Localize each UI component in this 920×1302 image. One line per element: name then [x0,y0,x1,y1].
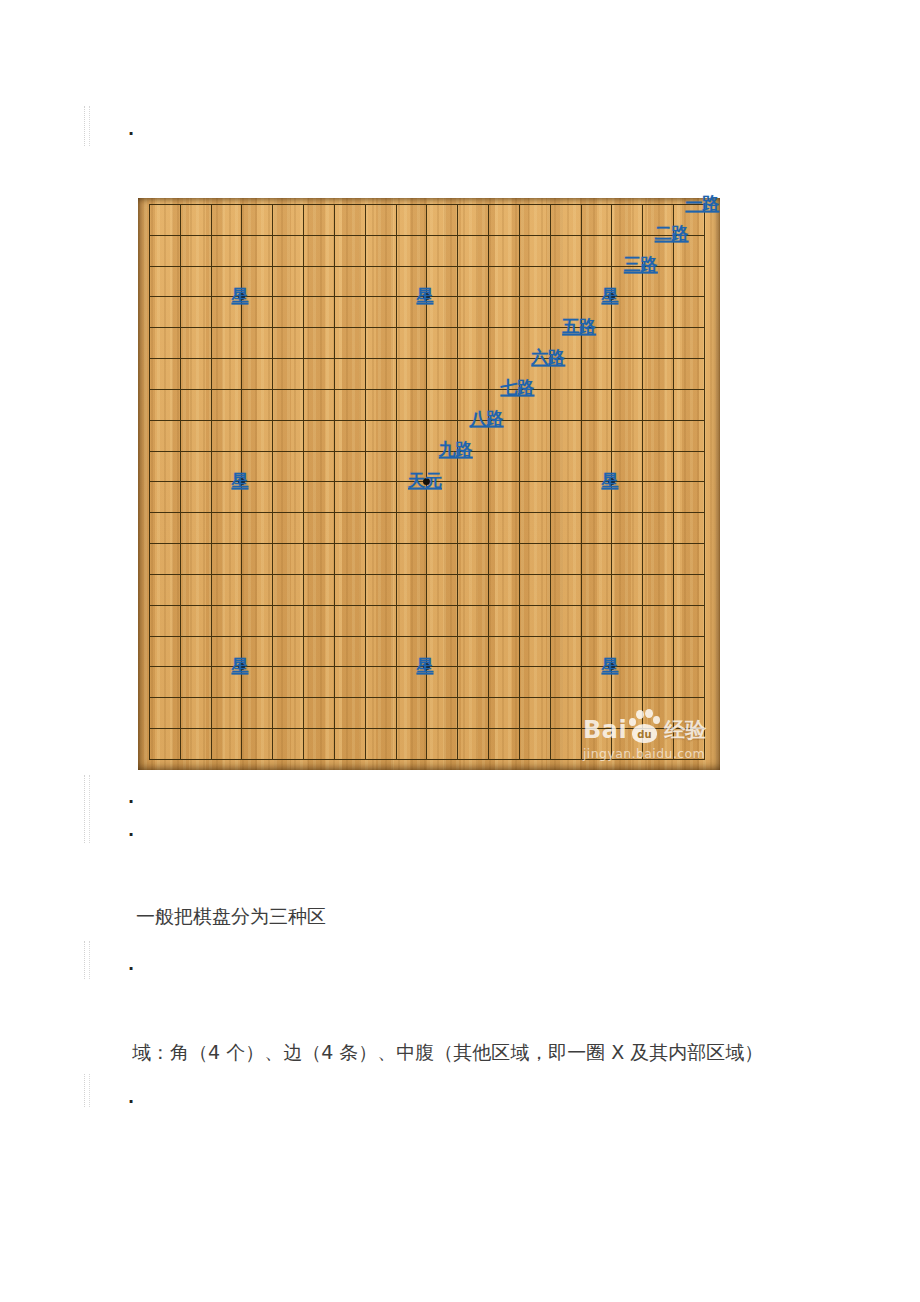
board-cell [273,205,304,236]
board-cell [458,297,489,328]
board-cell [458,575,489,606]
board-cell [520,575,551,606]
board-cell [366,328,397,359]
board-cell [551,513,582,544]
board-cell [582,575,613,606]
board-cell [551,482,582,513]
board-cell [150,575,181,606]
board-cell [150,328,181,359]
board-cell [335,328,366,359]
board-cell [551,452,582,483]
board-cell [181,236,212,267]
board-cell [304,482,335,513]
board-label: 一路 [685,191,719,214]
board-label: 星 [601,469,618,492]
board-cell [397,698,428,729]
board-cell [335,421,366,452]
board-cell [242,606,273,637]
board-cell [520,236,551,267]
board-cell [674,667,705,698]
board-cell [366,667,397,698]
board-cell [489,698,520,729]
board-cell [397,575,428,606]
board-cell [674,452,705,483]
board-cell [242,544,273,575]
board-cell [489,205,520,236]
board-cell [366,236,397,267]
board-cell [273,513,304,544]
board-cell [242,236,273,267]
board-cell [582,205,613,236]
board-cell [520,513,551,544]
board-cell [643,606,674,637]
board-cell [520,482,551,513]
paragraph-mark-dot: . [128,1090,134,1106]
board-label: 星 [231,654,248,677]
board-cell [150,698,181,729]
board-cell [551,421,582,452]
board-label: 五路 [562,314,596,337]
board-cell [458,359,489,390]
board-label: 九路 [439,438,473,461]
board-cell [304,544,335,575]
board-cell [212,236,243,267]
board-cell [427,729,458,760]
board-cell [643,390,674,421]
board-cell [181,359,212,390]
board-cell [458,267,489,298]
board-cell [643,544,674,575]
board-cell [181,637,212,668]
board-cell [366,513,397,544]
board-cell [612,390,643,421]
board-cell [612,544,643,575]
board-cell [489,236,520,267]
board-cell [520,452,551,483]
board-cell [304,390,335,421]
board-cell [212,544,243,575]
board-cell [242,390,273,421]
board-cell [458,236,489,267]
board-cell [366,267,397,298]
board-cell [304,328,335,359]
board-cell [335,452,366,483]
board-label: 星 [231,284,248,307]
board-cell [212,421,243,452]
board-cell [273,359,304,390]
board-cell [582,606,613,637]
baidu-logo: Bai du 经验 [583,704,706,744]
board-cell [304,421,335,452]
board-cell [242,205,273,236]
board-cell [674,421,705,452]
board-cell [643,575,674,606]
board-cell [427,544,458,575]
board-cell [397,328,428,359]
board-label: 七路 [500,376,534,399]
board-cell [242,698,273,729]
board-cell [304,606,335,637]
board-cell [643,482,674,513]
board-cell [273,698,304,729]
board-cell [150,729,181,760]
board-cell [273,267,304,298]
board-cell [366,421,397,452]
page: ..... 一路二路三路五路六路七路八路九路天元星星星星星星星星 Bai du … [0,0,920,1302]
paragraph-mark-dot: . [128,823,134,839]
board-cell [397,729,428,760]
board-cell [304,452,335,483]
board-cell [674,606,705,637]
board-cell [150,297,181,328]
board-cell [335,205,366,236]
board-cell [612,606,643,637]
board-cell [427,236,458,267]
board-label: 星 [601,654,618,677]
board-cell [181,205,212,236]
board-cell [242,513,273,544]
board-cell [520,544,551,575]
board-cell [304,637,335,668]
board-cell [212,698,243,729]
margin-dotted-line [84,775,90,843]
board-cell [458,482,489,513]
board-cell [520,637,551,668]
board-cell [458,328,489,359]
board-cell [674,513,705,544]
board-cell [304,236,335,267]
board-cell [674,267,705,298]
board-cell [150,205,181,236]
board-cell [612,205,643,236]
board-cell [612,328,643,359]
board-cell [335,698,366,729]
board-cell [181,421,212,452]
board-cell [551,667,582,698]
baidu-logo-text-bai: Bai [583,718,627,744]
board-cell [304,729,335,760]
board-cell [181,606,212,637]
board-cell [489,297,520,328]
board-cell [335,729,366,760]
board-cell [612,359,643,390]
board-cell [273,421,304,452]
board-cell [427,575,458,606]
board-cell [366,359,397,390]
go-board-image: 一路二路三路五路六路七路八路九路天元星星星星星星星星 Bai du 经验 jin… [138,198,720,770]
board-cell [150,482,181,513]
board-cell [212,205,243,236]
board-cell [335,236,366,267]
board-cell [458,637,489,668]
board-cell [150,452,181,483]
board-cell [674,328,705,359]
board-cell [612,513,643,544]
board-cell [582,390,613,421]
board-cell [397,236,428,267]
board-cell [582,236,613,267]
board-cell [181,544,212,575]
board-cell [397,513,428,544]
board-cell [643,667,674,698]
board-cell [335,606,366,637]
board-cell [304,698,335,729]
board-cell [273,667,304,698]
baidu-logo-text-du: du [637,729,651,740]
board-cell [489,513,520,544]
board-cell [582,421,613,452]
board-cell [181,513,212,544]
board-cell [273,637,304,668]
board-cell [674,637,705,668]
board-cell [150,390,181,421]
margin-dotted-line [84,1074,90,1107]
board-cell [304,513,335,544]
board-cell [582,513,613,544]
board-cell [489,452,520,483]
board-cell [458,513,489,544]
board-cell [181,729,212,760]
board-cell [366,297,397,328]
board-cell [273,390,304,421]
board-cell [181,390,212,421]
board-cell [273,297,304,328]
board-cell [551,544,582,575]
board-label: 二路 [655,222,689,245]
paragraph-mark-dot: . [128,957,134,973]
board-cell [273,544,304,575]
board-cell [489,729,520,760]
board-cell [520,667,551,698]
board-cell [489,575,520,606]
board-cell [489,328,520,359]
margin-dotted-line [84,106,90,146]
board-cell [551,698,582,729]
board-cell [335,390,366,421]
board-cell [551,205,582,236]
board-cell [397,421,428,452]
board-cell [366,698,397,729]
board-cell [674,297,705,328]
board-cell [150,606,181,637]
board-cell [674,390,705,421]
board-cell [304,267,335,298]
board-cell [304,667,335,698]
board-cell [150,667,181,698]
board-cell [335,575,366,606]
board-cell [674,575,705,606]
board-cell [273,482,304,513]
board-label: 星 [231,469,248,492]
board-label: 三路 [624,253,658,276]
board-cell [304,297,335,328]
margin-dotted-line [84,941,90,979]
board-cell [520,297,551,328]
paragraph-mark-dot: . [128,122,134,138]
board-cell [520,205,551,236]
board-cell [520,606,551,637]
board-cell [242,421,273,452]
board-label: 星 [416,654,433,677]
board-cell [397,606,428,637]
board-cell [366,606,397,637]
baidu-jingyan-text: 经验 [664,720,706,744]
board-cell [242,359,273,390]
board-cell [612,575,643,606]
board-cell [366,637,397,668]
board-cell [150,236,181,267]
board-cell [551,606,582,637]
baidu-watermark: Bai du 经验 jingyan.baidu.com [583,704,706,761]
board-cell [304,205,335,236]
board-cell [242,575,273,606]
board-cell [643,297,674,328]
board-cell [335,544,366,575]
board-cell [458,667,489,698]
board-cell [458,606,489,637]
board-cell [612,421,643,452]
board-label: 星 [601,284,618,307]
board-cell [150,421,181,452]
board-cell [212,575,243,606]
board-cell [335,667,366,698]
board-cell [520,729,551,760]
board-cell [366,205,397,236]
board-cell [181,482,212,513]
board-cell [582,544,613,575]
board-cell [551,390,582,421]
board-cell [643,421,674,452]
board-cell [458,729,489,760]
board-cell [335,297,366,328]
board-cell [212,729,243,760]
board-cell [458,205,489,236]
board-cell [273,575,304,606]
paragraph-2: 域：角（4 个）、边（4 条）、中腹（其他区域，即一圈 X 及其内部区域） [132,1041,763,1065]
board-cell [366,544,397,575]
board-cell [335,359,366,390]
board-cell [458,698,489,729]
board-cell [273,729,304,760]
board-cell [181,452,212,483]
paragraph-mark-dot: . [128,790,134,806]
board-cell [551,236,582,267]
board-cell [427,606,458,637]
board-cell [397,544,428,575]
board-cell [520,421,551,452]
board-cell [520,698,551,729]
board-cell [397,390,428,421]
board-cell [489,606,520,637]
board-label: 天元 [408,469,442,492]
board-cell [366,390,397,421]
board-cell [212,513,243,544]
board-cell [273,328,304,359]
board-cell [582,359,613,390]
board-cell [212,328,243,359]
watermark-url: jingyan.baidu.com [583,746,706,761]
board-cell [273,606,304,637]
board-cell [489,667,520,698]
board-cell [643,359,674,390]
board-cell [397,359,428,390]
board-cell [489,482,520,513]
board-cell [242,729,273,760]
board-label: 六路 [531,345,565,368]
board-cell [335,482,366,513]
board-cell [489,544,520,575]
board-label: 八路 [470,407,504,430]
board-cell [181,667,212,698]
board-cell [643,328,674,359]
board-cell [643,637,674,668]
board-cell [489,637,520,668]
board-cell [674,482,705,513]
board-cell [427,390,458,421]
board-cell [181,328,212,359]
board-cell [335,637,366,668]
board-cell [212,606,243,637]
board-cell [242,328,273,359]
board-cell [551,575,582,606]
board-cell [181,698,212,729]
board-cell [335,267,366,298]
board-cell [150,359,181,390]
board-cell [551,729,582,760]
board-cell [489,267,520,298]
board-cell [427,205,458,236]
board-cell [181,575,212,606]
board-cell [427,698,458,729]
board-cell [150,513,181,544]
board-cell [181,297,212,328]
board-cell [674,544,705,575]
board-cell [427,328,458,359]
board-cell [273,452,304,483]
board-cell [304,359,335,390]
board-cell [643,452,674,483]
board-cell [551,637,582,668]
board-cell [458,544,489,575]
board-cell [427,359,458,390]
board-cell [366,452,397,483]
board-cell [150,544,181,575]
board-cell [212,359,243,390]
board-cell [181,267,212,298]
board-cell [335,513,366,544]
board-cell [150,637,181,668]
board-cell [366,482,397,513]
board-cell [150,267,181,298]
baidu-paw-icon: du [629,707,660,744]
board-cell [427,513,458,544]
paragraph-1: 一般把棋盘分为三种区 [136,905,326,929]
board-cell [212,390,243,421]
board-cell [366,729,397,760]
board-cell [551,267,582,298]
board-cell [273,236,304,267]
board-cell [304,575,335,606]
board-cell [397,205,428,236]
board-cell [643,513,674,544]
board-cell [366,575,397,606]
board-cell [520,267,551,298]
board-cell [674,359,705,390]
board-label: 星 [416,284,433,307]
